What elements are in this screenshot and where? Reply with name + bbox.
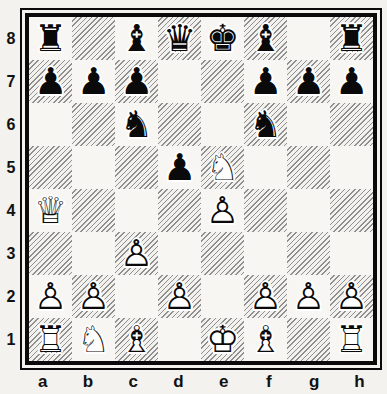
piece-line-layer: ♟ <box>287 60 330 103</box>
piece-line-layer: ♛ <box>158 17 201 60</box>
black-bishop-f8: ♝♝ <box>244 17 287 60</box>
file-label-c: c <box>111 370 156 394</box>
white-pawn-b2: ♟♙ <box>72 275 115 318</box>
piece-line-layer: ♜ <box>330 17 373 60</box>
black-pawn-d5: ♟♟ <box>158 146 201 189</box>
square-e6[interactable] <box>201 103 244 146</box>
square-d3[interactable] <box>158 232 201 275</box>
square-h8[interactable]: ♜♜ <box>330 17 373 60</box>
square-b7[interactable]: ♟♟ <box>72 60 115 103</box>
black-knight-f6: ♞♞ <box>244 103 287 146</box>
piece-line-layer: ♟ <box>244 60 287 103</box>
square-e5[interactable]: ♞♘ <box>201 146 244 189</box>
square-a7[interactable]: ♟♟ <box>29 60 72 103</box>
piece-line-layer: ♙ <box>201 189 244 232</box>
square-c2[interactable] <box>115 275 158 318</box>
rank-label-4: 4 <box>2 189 20 232</box>
square-d7[interactable] <box>158 60 201 103</box>
square-a6[interactable] <box>29 103 72 146</box>
piece-line-layer: ♟ <box>115 60 158 103</box>
black-pawn-g7: ♟♟ <box>287 60 330 103</box>
square-g1[interactable] <box>287 318 330 361</box>
square-e7[interactable] <box>201 60 244 103</box>
piece-line-layer: ♙ <box>115 232 158 275</box>
piece-line-layer: ♙ <box>287 275 330 318</box>
square-h7[interactable]: ♟♟ <box>330 60 373 103</box>
rank-labels: 87654321 <box>2 8 20 370</box>
square-g3[interactable] <box>287 232 330 275</box>
square-e2[interactable] <box>201 275 244 318</box>
piece-line-layer: ♚ <box>201 17 244 60</box>
square-f1[interactable]: ♝♗ <box>244 318 287 361</box>
piece-line-layer: ♖ <box>330 318 373 361</box>
square-d4[interactable] <box>158 189 201 232</box>
square-b3[interactable] <box>72 232 115 275</box>
square-d2[interactable]: ♟♙ <box>158 275 201 318</box>
square-f7[interactable]: ♟♟ <box>244 60 287 103</box>
white-pawn-e4: ♟♙ <box>201 189 244 232</box>
square-c8[interactable]: ♝♝ <box>115 17 158 60</box>
white-knight-b1: ♞♘ <box>72 318 115 361</box>
piece-line-layer: ♙ <box>244 275 287 318</box>
white-pawn-f2: ♟♙ <box>244 275 287 318</box>
rank-label-8: 8 <box>2 17 20 60</box>
square-f6[interactable]: ♞♞ <box>244 103 287 146</box>
piece-line-layer: ♗ <box>244 318 287 361</box>
square-e1[interactable]: ♚♔ <box>201 318 244 361</box>
piece-line-layer: ♖ <box>29 318 72 361</box>
square-f4[interactable] <box>244 189 287 232</box>
square-d1[interactable] <box>158 318 201 361</box>
black-rook-h8: ♜♜ <box>330 17 373 60</box>
file-label-d: d <box>156 370 201 394</box>
square-h4[interactable] <box>330 189 373 232</box>
square-e4[interactable]: ♟♙ <box>201 189 244 232</box>
white-queen-a4: ♛♕ <box>29 189 72 232</box>
square-d6[interactable] <box>158 103 201 146</box>
rank-label-3: 3 <box>2 232 20 275</box>
square-a2[interactable]: ♟♙ <box>29 275 72 318</box>
file-label-b: b <box>65 370 110 394</box>
file-labels: abcdefgh <box>20 370 382 394</box>
square-b6[interactable] <box>72 103 115 146</box>
white-pawn-c3: ♟♙ <box>115 232 158 275</box>
black-queen-d8: ♛♛ <box>158 17 201 60</box>
rank-label-7: 7 <box>2 60 20 103</box>
square-e8[interactable]: ♚♚ <box>201 17 244 60</box>
piece-line-layer: ♜ <box>29 17 72 60</box>
chess-diagram-page: 87654321 ♜♜♝♝♛♛♚♚♝♝♜♜♟♟♟♟♟♟♟♟♟♟♟♟♞♞♞♞♟♟♞… <box>0 0 387 394</box>
square-a3[interactable] <box>29 232 72 275</box>
white-king-e1: ♚♔ <box>201 318 244 361</box>
white-pawn-a2: ♟♙ <box>29 275 72 318</box>
white-bishop-c1: ♝♗ <box>115 318 158 361</box>
square-g8[interactable] <box>287 17 330 60</box>
square-b5[interactable] <box>72 146 115 189</box>
square-c7[interactable]: ♟♟ <box>115 60 158 103</box>
piece-line-layer: ♟ <box>158 146 201 189</box>
black-king-e8: ♚♚ <box>201 17 244 60</box>
square-h6[interactable] <box>330 103 373 146</box>
square-f3[interactable] <box>244 232 287 275</box>
square-c3[interactable]: ♟♙ <box>115 232 158 275</box>
square-a8[interactable]: ♜♜ <box>29 17 72 60</box>
chess-diagram: 87654321 ♜♜♝♝♛♛♚♚♝♝♜♜♟♟♟♟♟♟♟♟♟♟♟♟♞♞♞♞♟♟♞… <box>0 0 387 370</box>
black-bishop-c8: ♝♝ <box>115 17 158 60</box>
square-g4[interactable] <box>287 189 330 232</box>
piece-line-layer: ♞ <box>115 103 158 146</box>
white-rook-a1: ♜♖ <box>29 318 72 361</box>
square-b1[interactable]: ♞♘ <box>72 318 115 361</box>
black-knight-c6: ♞♞ <box>115 103 158 146</box>
piece-line-layer: ♗ <box>115 318 158 361</box>
piece-line-layer: ♟ <box>72 60 115 103</box>
square-f8[interactable]: ♝♝ <box>244 17 287 60</box>
file-label-f: f <box>246 370 291 394</box>
square-c5[interactable] <box>115 146 158 189</box>
piece-line-layer: ♞ <box>244 103 287 146</box>
black-pawn-a7: ♟♟ <box>29 60 72 103</box>
piece-line-layer: ♝ <box>115 17 158 60</box>
rank-label-2: 2 <box>2 275 20 318</box>
black-rook-a8: ♜♜ <box>29 17 72 60</box>
square-d8[interactable]: ♛♛ <box>158 17 201 60</box>
piece-line-layer: ♙ <box>330 275 373 318</box>
black-pawn-h7: ♟♟ <box>330 60 373 103</box>
white-pawn-d2: ♟♙ <box>158 275 201 318</box>
square-a1[interactable]: ♜♖ <box>29 318 72 361</box>
square-h5[interactable] <box>330 146 373 189</box>
piece-line-layer: ♔ <box>201 318 244 361</box>
black-pawn-c7: ♟♟ <box>115 60 158 103</box>
piece-line-layer: ♙ <box>72 275 115 318</box>
white-pawn-h2: ♟♙ <box>330 275 373 318</box>
piece-line-layer: ♘ <box>72 318 115 361</box>
square-b4[interactable] <box>72 189 115 232</box>
square-g5[interactable] <box>287 146 330 189</box>
piece-line-layer: ♕ <box>29 189 72 232</box>
rank-label-5: 5 <box>2 146 20 189</box>
square-d5[interactable]: ♟♟ <box>158 146 201 189</box>
square-c1[interactable]: ♝♗ <box>115 318 158 361</box>
square-c4[interactable] <box>115 189 158 232</box>
piece-line-layer: ♟ <box>29 60 72 103</box>
white-knight-e5: ♞♘ <box>201 146 244 189</box>
square-a5[interactable] <box>29 146 72 189</box>
square-b2[interactable]: ♟♙ <box>72 275 115 318</box>
rank-label-1: 1 <box>2 318 20 361</box>
file-label-a: a <box>20 370 65 394</box>
piece-line-layer: ♙ <box>158 275 201 318</box>
chess-board: ♜♜♝♝♛♛♚♚♝♝♜♜♟♟♟♟♟♟♟♟♟♟♟♟♞♞♞♞♟♟♞♘♛♕♟♙♟♙♟♙… <box>25 13 377 365</box>
square-h1[interactable]: ♜♖ <box>330 318 373 361</box>
square-f2[interactable]: ♟♙ <box>244 275 287 318</box>
file-label-h: h <box>337 370 382 394</box>
square-c6[interactable]: ♞♞ <box>115 103 158 146</box>
square-e3[interactable] <box>201 232 244 275</box>
square-h2[interactable]: ♟♙ <box>330 275 373 318</box>
piece-line-layer: ♙ <box>29 275 72 318</box>
square-h3[interactable] <box>330 232 373 275</box>
square-g2[interactable]: ♟♙ <box>287 275 330 318</box>
rank-label-6: 6 <box>2 103 20 146</box>
piece-line-layer: ♟ <box>330 60 373 103</box>
square-g6[interactable] <box>287 103 330 146</box>
square-a4[interactable]: ♛♕ <box>29 189 72 232</box>
piece-line-layer: ♘ <box>201 146 244 189</box>
white-pawn-g2: ♟♙ <box>287 275 330 318</box>
square-g7[interactable]: ♟♟ <box>287 60 330 103</box>
white-rook-h1: ♜♖ <box>330 318 373 361</box>
square-f5[interactable] <box>244 146 287 189</box>
file-label-g: g <box>292 370 337 394</box>
file-label-e: e <box>201 370 246 394</box>
black-pawn-f7: ♟♟ <box>244 60 287 103</box>
square-b8[interactable] <box>72 17 115 60</box>
black-pawn-b7: ♟♟ <box>72 60 115 103</box>
board-outer-frame: ♜♜♝♝♛♛♚♚♝♝♜♜♟♟♟♟♟♟♟♟♟♟♟♟♞♞♞♞♟♟♞♘♛♕♟♙♟♙♟♙… <box>20 8 382 370</box>
white-bishop-f1: ♝♗ <box>244 318 287 361</box>
piece-line-layer: ♝ <box>244 17 287 60</box>
